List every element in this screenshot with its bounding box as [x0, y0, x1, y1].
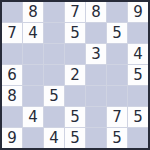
- cell-r7c1-digit[interactable]: 9: [2, 128, 22, 148]
- puzzle-grid: 87897455346258545759455: [2, 2, 148, 148]
- cell-r4c5-blocked[interactable]: [86, 65, 106, 85]
- cell-r2c3-blocked[interactable]: [44, 23, 64, 43]
- cell-r5c1-digit[interactable]: 8: [2, 86, 22, 106]
- cell-r3c3-blocked[interactable]: [44, 44, 64, 64]
- cell-r1c7-digit[interactable]: 9: [128, 2, 148, 22]
- cell-r3c2-blocked[interactable]: [23, 44, 43, 64]
- cell-r6c4-digit[interactable]: 5: [65, 107, 85, 127]
- cell-r6c5-blocked[interactable]: [86, 107, 106, 127]
- cell-r2c1-digit[interactable]: 7: [2, 23, 22, 43]
- cell-r7c7-blocked[interactable]: [128, 128, 148, 148]
- cell-r4c1-digit[interactable]: 6: [2, 65, 22, 85]
- cell-r1c3-blocked[interactable]: [44, 2, 64, 22]
- cell-r2c6-digit[interactable]: 5: [107, 23, 127, 43]
- cell-r3c1-blocked[interactable]: [2, 44, 22, 64]
- cell-r7c5-blocked[interactable]: [86, 128, 106, 148]
- cell-r7c6-digit[interactable]: 5: [107, 128, 127, 148]
- cell-r6c1-blocked[interactable]: [2, 107, 22, 127]
- cell-r6c2-digit[interactable]: 4: [23, 107, 43, 127]
- cell-r2c5-blocked[interactable]: [86, 23, 106, 43]
- cell-r2c2-digit[interactable]: 4: [23, 23, 43, 43]
- cell-r3c6-blocked[interactable]: [107, 44, 127, 64]
- cell-r3c7-digit[interactable]: 4: [128, 44, 148, 64]
- cell-r4c4-digit[interactable]: 2: [65, 65, 85, 85]
- cell-r6c3-blocked[interactable]: [44, 107, 64, 127]
- cell-r4c2-blocked[interactable]: [23, 65, 43, 85]
- cell-r5c3-digit[interactable]: 5: [44, 86, 64, 106]
- cell-r1c2-digit[interactable]: 8: [23, 2, 43, 22]
- cell-r4c7-digit[interactable]: 5: [128, 65, 148, 85]
- cell-r2c7-blocked[interactable]: [128, 23, 148, 43]
- cell-r4c3-blocked[interactable]: [44, 65, 64, 85]
- puzzle-board: 87897455346258545759455: [0, 0, 150, 150]
- cell-r7c4-digit[interactable]: 5: [65, 128, 85, 148]
- cell-r4c6-blocked[interactable]: [107, 65, 127, 85]
- cell-r6c7-digit[interactable]: 5: [128, 107, 148, 127]
- cell-r1c6-blocked[interactable]: [107, 2, 127, 22]
- cell-r5c4-blocked[interactable]: [65, 86, 85, 106]
- cell-r1c1-blocked[interactable]: [2, 2, 22, 22]
- cell-r1c5-digit[interactable]: 8: [86, 2, 106, 22]
- cell-r7c2-blocked[interactable]: [23, 128, 43, 148]
- cell-r2c4-digit[interactable]: 5: [65, 23, 85, 43]
- cell-r7c3-digit[interactable]: 4: [44, 128, 64, 148]
- cell-r5c6-blocked[interactable]: [107, 86, 127, 106]
- cell-r1c4-digit[interactable]: 7: [65, 2, 85, 22]
- cell-r5c5-blocked[interactable]: [86, 86, 106, 106]
- cell-r6c6-digit[interactable]: 7: [107, 107, 127, 127]
- cell-r5c7-blocked[interactable]: [128, 86, 148, 106]
- cell-r3c5-digit[interactable]: 3: [86, 44, 106, 64]
- cell-r5c2-blocked[interactable]: [23, 86, 43, 106]
- cell-r3c4-blocked[interactable]: [65, 44, 85, 64]
